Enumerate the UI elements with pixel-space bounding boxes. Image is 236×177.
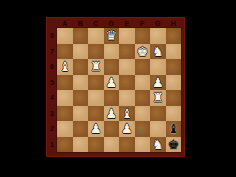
square-f5[interactable] <box>135 75 151 91</box>
square-e4[interactable] <box>119 90 135 106</box>
square-e7[interactable] <box>119 44 135 60</box>
rank-labels: 87654321 <box>47 28 57 152</box>
white-pawn[interactable]: ♟ <box>121 122 133 135</box>
square-b6[interactable] <box>73 59 89 75</box>
white-knight[interactable]: ♞ <box>152 138 164 151</box>
file-label-b: B <box>73 18 89 28</box>
square-g4[interactable]: ♜ <box>150 90 166 106</box>
square-a5[interactable] <box>57 75 73 91</box>
file-labels: ABCDEFGH <box>57 18 181 28</box>
square-h5[interactable] <box>166 75 182 91</box>
square-d1[interactable] <box>104 137 120 153</box>
square-f6[interactable] <box>135 59 151 75</box>
square-a8[interactable] <box>57 28 73 44</box>
square-c3[interactable] <box>88 106 104 122</box>
square-d8[interactable]: ♛ <box>104 28 120 44</box>
square-f7[interactable]: ♚ <box>135 44 151 60</box>
square-c5[interactable] <box>88 75 104 91</box>
white-pawn[interactable]: ♟ <box>105 76 117 89</box>
square-a3[interactable] <box>57 106 73 122</box>
square-g6[interactable] <box>150 59 166 75</box>
white-pawn[interactable]: ♟ <box>105 107 117 120</box>
square-c4[interactable] <box>88 90 104 106</box>
square-d6[interactable] <box>104 59 120 75</box>
rank-label-6: 6 <box>47 59 57 75</box>
square-d7[interactable] <box>104 44 120 60</box>
white-bishop[interactable]: ♝ <box>59 60 71 73</box>
white-king[interactable]: ♚ <box>136 45 148 58</box>
square-d5[interactable]: ♟ <box>104 75 120 91</box>
square-a2[interactable] <box>57 121 73 137</box>
white-bishop[interactable]: ♝ <box>121 107 133 120</box>
square-e5[interactable] <box>119 75 135 91</box>
square-d3[interactable]: ♟ <box>104 106 120 122</box>
white-knight[interactable]: ♞ <box>152 45 164 58</box>
file-label-a: A <box>57 18 73 28</box>
square-g1[interactable]: ♞ <box>150 137 166 153</box>
file-label-e: E <box>119 18 135 28</box>
rank-label-5: 5 <box>47 75 57 91</box>
square-b1[interactable] <box>73 137 89 153</box>
file-label-d: D <box>104 18 120 28</box>
square-b7[interactable] <box>73 44 89 60</box>
square-b5[interactable] <box>73 75 89 91</box>
square-h8[interactable] <box>166 28 182 44</box>
square-g2[interactable] <box>150 121 166 137</box>
square-h3[interactable] <box>166 106 182 122</box>
square-c2[interactable]: ♟ <box>88 121 104 137</box>
square-e3[interactable]: ♝ <box>119 106 135 122</box>
square-h2[interactable]: ♝ <box>166 121 182 137</box>
square-b4[interactable] <box>73 90 89 106</box>
square-f2[interactable] <box>135 121 151 137</box>
white-queen[interactable]: ♛ <box>105 29 117 42</box>
file-label-c: C <box>88 18 104 28</box>
square-f3[interactable] <box>135 106 151 122</box>
chess-board: ♛♚♞♝♜♟♟♜♟♝♟♟♝♞♚ <box>57 28 181 152</box>
page-background: { "game": "chess", "position": { "fen": … <box>0 0 236 177</box>
square-g3[interactable] <box>150 106 166 122</box>
rank-label-4: 4 <box>47 90 57 106</box>
square-c7[interactable] <box>88 44 104 60</box>
rank-label-8: 8 <box>47 28 57 44</box>
square-b2[interactable] <box>73 121 89 137</box>
square-e8[interactable] <box>119 28 135 44</box>
rank-label-1: 1 <box>47 137 57 153</box>
white-rook[interactable]: ♜ <box>152 91 164 104</box>
square-h6[interactable] <box>166 59 182 75</box>
square-c8[interactable] <box>88 28 104 44</box>
square-e2[interactable]: ♟ <box>119 121 135 137</box>
square-e6[interactable] <box>119 59 135 75</box>
square-a6[interactable]: ♝ <box>57 59 73 75</box>
square-h4[interactable] <box>166 90 182 106</box>
square-d2[interactable] <box>104 121 120 137</box>
rank-label-7: 7 <box>47 44 57 60</box>
square-c1[interactable] <box>88 137 104 153</box>
square-f4[interactable] <box>135 90 151 106</box>
square-c6[interactable]: ♜ <box>88 59 104 75</box>
file-label-f: F <box>135 18 151 28</box>
square-b3[interactable] <box>73 106 89 122</box>
square-b8[interactable] <box>73 28 89 44</box>
square-a1[interactable] <box>57 137 73 153</box>
square-a7[interactable] <box>57 44 73 60</box>
square-e1[interactable] <box>119 137 135 153</box>
chess-board-frame: ABCDEFGH 87654321 ♛♚♞♝♜♟♟♜♟♝♟♟♝♞♚ <box>46 17 185 157</box>
rank-label-2: 2 <box>47 121 57 137</box>
white-pawn[interactable]: ♟ <box>90 122 102 135</box>
rank-label-3: 3 <box>47 106 57 122</box>
square-g8[interactable] <box>150 28 166 44</box>
file-label-g: G <box>150 18 166 28</box>
square-d4[interactable] <box>104 90 120 106</box>
white-rook[interactable]: ♜ <box>90 60 102 73</box>
square-a4[interactable] <box>57 90 73 106</box>
square-h7[interactable] <box>166 44 182 60</box>
square-f8[interactable] <box>135 28 151 44</box>
square-f1[interactable] <box>135 137 151 153</box>
square-g5[interactable]: ♟ <box>150 75 166 91</box>
white-pawn[interactable]: ♟ <box>152 76 164 89</box>
file-label-h: H <box>166 18 182 28</box>
black-king[interactable]: ♚ <box>167 138 179 151</box>
black-bishop[interactable]: ♝ <box>167 122 179 135</box>
square-h1[interactable]: ♚ <box>166 137 182 153</box>
square-g7[interactable]: ♞ <box>150 44 166 60</box>
